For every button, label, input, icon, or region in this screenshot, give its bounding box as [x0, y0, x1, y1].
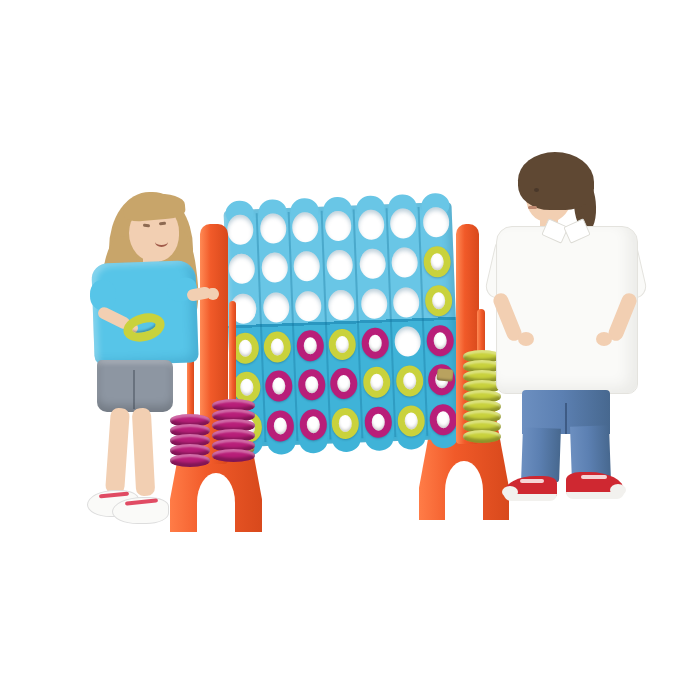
board-cell-r2c7	[420, 241, 454, 282]
board-cell-r1c5	[354, 204, 388, 245]
disc-magenta	[364, 406, 392, 438]
board-cell-r3c3	[292, 286, 326, 327]
girl-leg	[132, 408, 156, 497]
board-cell-r3c4	[324, 284, 358, 325]
disc-yellow	[329, 328, 357, 360]
empty-hole	[390, 208, 417, 239]
sneaker-toe	[502, 486, 518, 498]
disc-yellow	[264, 331, 292, 363]
board-cell-r5c5	[360, 362, 394, 403]
girl-leg	[105, 407, 130, 494]
jeans-seam	[565, 403, 567, 434]
board-cell-r1c2	[256, 208, 290, 249]
board-cell-r6c5	[361, 402, 395, 443]
board-cell-r4c2	[261, 326, 295, 367]
board-cell-r4c4	[326, 324, 360, 365]
leg-arch-cutout	[445, 461, 483, 521]
girl-smile	[155, 237, 168, 247]
board-cell-r2c2	[258, 247, 292, 288]
boy-red-sneaker	[504, 476, 557, 500]
empty-hole	[295, 291, 322, 322]
player-girl	[85, 192, 237, 532]
board-cell-r6c6	[394, 400, 428, 441]
boy-red-sneaker	[566, 472, 624, 498]
empty-hole	[326, 250, 353, 281]
board-cell-r3c7	[422, 281, 456, 322]
disc-yellow	[332, 407, 360, 439]
empty-hole	[393, 287, 420, 318]
sneaker-toe	[610, 484, 626, 496]
sneaker-lace	[581, 475, 607, 479]
disc-magenta	[296, 329, 324, 361]
empty-hole	[294, 251, 321, 282]
empty-hole	[394, 326, 421, 357]
board-cell-r1c4	[321, 205, 355, 246]
game-board	[224, 202, 461, 448]
disc-yellow	[363, 366, 391, 398]
shorts-seam	[133, 370, 135, 409]
empty-hole	[328, 289, 355, 320]
boy-hand-on-hip	[518, 332, 534, 346]
disc-magenta	[426, 324, 454, 356]
disc-magenta	[265, 370, 293, 402]
disc-magenta	[299, 408, 327, 440]
product-photo	[0, 0, 700, 700]
board-cell-r6c2	[264, 405, 298, 446]
girl-denim-shorts	[97, 360, 173, 412]
disc-magenta	[330, 368, 358, 400]
disc-magenta	[361, 327, 389, 359]
board-cell-r5c4	[327, 363, 361, 404]
board-cell-r2c5	[355, 244, 389, 285]
empty-hole	[391, 247, 418, 278]
board-cell-r4c6	[391, 321, 425, 362]
board-cell-r4c5	[358, 323, 392, 364]
board-cell-r3c5	[357, 283, 391, 324]
disc-magenta	[298, 369, 326, 401]
boy-eye	[534, 188, 539, 192]
board-cell-r1c7	[419, 202, 453, 243]
boy-hair	[518, 152, 594, 210]
shoe-strap	[99, 491, 129, 498]
empty-hole	[263, 292, 290, 323]
girl-hand-on-post	[207, 288, 219, 300]
shoe-strap	[125, 498, 158, 505]
board-cell-r1c3	[289, 207, 323, 248]
boy-mouth	[528, 206, 537, 209]
boy-hand-on-hip	[596, 332, 612, 346]
board-cell-r1c6	[386, 203, 420, 244]
board-cell-r5c2	[262, 366, 296, 407]
board-cell-r4c3	[293, 325, 327, 366]
disc-yellow	[397, 405, 425, 437]
disc-magenta	[267, 410, 295, 442]
board-cell-r2c3	[290, 246, 324, 287]
empty-hole	[292, 212, 319, 243]
board-cell-r2c4	[323, 245, 357, 286]
disc-yellow	[425, 285, 453, 317]
girl-eye	[159, 222, 166, 225]
empty-hole	[359, 249, 386, 280]
boy-jeans-leg	[521, 427, 561, 482]
empty-hole	[325, 210, 352, 241]
board-cell-r5c3	[295, 365, 329, 406]
board-grid	[224, 202, 461, 448]
board-cell-r3c6	[389, 282, 423, 323]
connector-tab-right	[436, 368, 453, 382]
empty-hole	[357, 209, 384, 240]
disc-yellow	[395, 365, 423, 397]
girl-shoe	[112, 497, 169, 524]
empty-hole	[261, 252, 288, 283]
board-cell-r4c7	[423, 320, 457, 361]
board-cell-r6c4	[329, 403, 363, 444]
girl-sleeve	[90, 280, 116, 310]
board-cell-r5c6	[392, 361, 426, 402]
board-cell-r3c2	[259, 287, 293, 328]
disc-yellow	[423, 246, 451, 278]
board-cell-r2c6	[388, 242, 422, 283]
empty-hole	[360, 288, 387, 319]
board-cell-r6c3	[296, 404, 330, 445]
sneaker-lace	[520, 479, 544, 483]
empty-hole	[260, 213, 287, 244]
player-boy	[492, 152, 644, 502]
disc-magenta	[429, 403, 457, 435]
empty-hole	[422, 207, 449, 238]
